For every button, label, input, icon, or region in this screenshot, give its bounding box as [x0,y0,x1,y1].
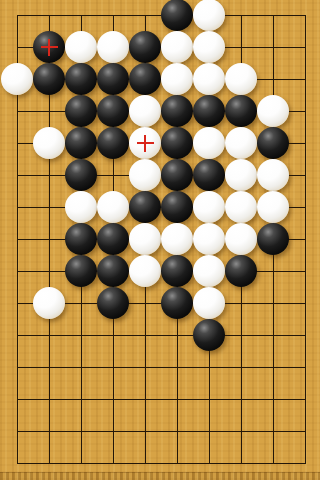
black-stone [225,255,257,287]
white-stone [193,63,225,95]
go-app-screen [0,0,320,480]
grid-line-h-12 [17,367,306,368]
white-stone [225,223,257,255]
black-stone [97,63,129,95]
white-stone [257,191,289,223]
white-stone [225,63,257,95]
white-stone [97,191,129,223]
black-stone [161,0,193,31]
white-stone [193,223,225,255]
black-stone [161,255,193,287]
white-stone [129,159,161,191]
black-stone [65,159,97,191]
black-stone [161,127,193,159]
white-stone [193,287,225,319]
white-stone [129,223,161,255]
black-stone [161,191,193,223]
white-stone [161,31,193,63]
black-stone [257,223,289,255]
grid-line-h-11 [17,335,306,336]
black-stone [193,95,225,127]
white-stone [1,63,33,95]
black-stone [129,191,161,223]
white-stone [161,63,193,95]
white-stone [225,127,257,159]
grid-line-h-14 [17,431,306,432]
black-stone [65,63,97,95]
last-move-marker [129,127,161,159]
black-stone [97,287,129,319]
white-stone [225,159,257,191]
black-stone [33,63,65,95]
black-stone [97,223,129,255]
black-stone [129,31,161,63]
white-stone [129,255,161,287]
white-stone [97,31,129,63]
white-stone [65,191,97,223]
black-stone [225,95,257,127]
black-stone [161,95,193,127]
board-bottom-edge [0,472,320,480]
white-stone [193,255,225,287]
white-stone [193,31,225,63]
go-board[interactable] [0,0,320,480]
black-stone [193,159,225,191]
white-stone [65,31,97,63]
white-stone [129,95,161,127]
black-stone [257,127,289,159]
black-stone [33,31,65,63]
last-move-marker [33,31,65,63]
white-stone [33,287,65,319]
white-stone [225,191,257,223]
black-stone [161,287,193,319]
white-stone [257,159,289,191]
black-stone [129,63,161,95]
grid-line-h-15 [17,463,306,464]
black-stone [161,159,193,191]
black-stone [65,127,97,159]
grid-line-h-13 [17,399,306,400]
white-stone [193,191,225,223]
white-stone [257,95,289,127]
black-stone [65,95,97,127]
black-stone [97,95,129,127]
black-stone [65,255,97,287]
black-stone [97,255,129,287]
white-stone [129,127,161,159]
black-stone [193,319,225,351]
white-stone [193,127,225,159]
black-stone [97,127,129,159]
black-stone [65,223,97,255]
white-stone [33,127,65,159]
white-stone [193,0,225,31]
white-stone [161,223,193,255]
